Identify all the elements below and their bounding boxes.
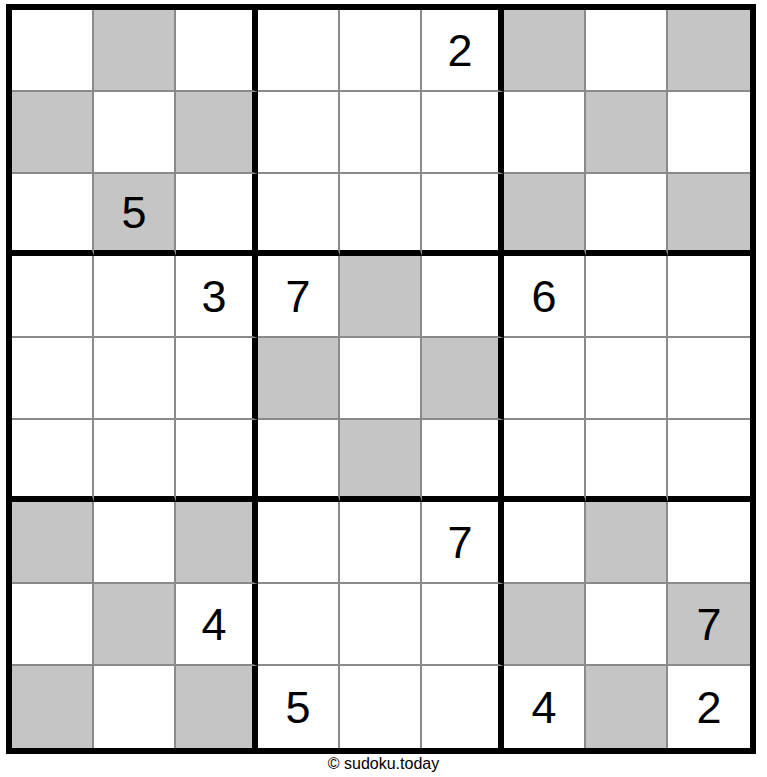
cell-r3c4[interactable] xyxy=(258,174,340,256)
cell-r7c4[interactable] xyxy=(258,502,340,584)
cell-r8c6[interactable] xyxy=(422,584,504,666)
cell-r9c9[interactable]: 2 xyxy=(668,666,750,748)
cell-r9c3[interactable] xyxy=(176,666,258,748)
cell-r3c8[interactable] xyxy=(586,174,668,256)
cell-r6c6[interactable] xyxy=(422,420,504,502)
cell-r5c7[interactable] xyxy=(504,338,586,420)
cell-r6c3[interactable] xyxy=(176,420,258,502)
cell-r9c4[interactable]: 5 xyxy=(258,666,340,748)
cell-r9c7[interactable]: 4 xyxy=(504,666,586,748)
cell-r5c9[interactable] xyxy=(668,338,750,420)
cell-r7c9[interactable] xyxy=(668,502,750,584)
cell-r6c9[interactable] xyxy=(668,420,750,502)
cell-r5c2[interactable] xyxy=(94,338,176,420)
cell-r2c4[interactable] xyxy=(258,92,340,174)
sudoku-page: 25376747542 © sudoku.today xyxy=(0,0,767,777)
cell-r3c2[interactable]: 5 xyxy=(94,174,176,256)
sudoku-board: 25376747542 xyxy=(6,4,756,754)
cell-r8c1[interactable] xyxy=(12,584,94,666)
cell-r4c5[interactable] xyxy=(340,256,422,338)
cell-r1c3[interactable] xyxy=(176,10,258,92)
cell-r3c6[interactable] xyxy=(422,174,504,256)
cell-r2c3[interactable] xyxy=(176,92,258,174)
cell-r9c5[interactable] xyxy=(340,666,422,748)
cell-r7c3[interactable] xyxy=(176,502,258,584)
cell-r8c5[interactable] xyxy=(340,584,422,666)
cell-r3c1[interactable] xyxy=(12,174,94,256)
cell-r3c3[interactable] xyxy=(176,174,258,256)
cell-r6c8[interactable] xyxy=(586,420,668,502)
cell-r4c6[interactable] xyxy=(422,256,504,338)
cell-r6c5[interactable] xyxy=(340,420,422,502)
cell-r4c3[interactable]: 3 xyxy=(176,256,258,338)
cell-r2c8[interactable] xyxy=(586,92,668,174)
cell-r7c8[interactable] xyxy=(586,502,668,584)
cell-r4c8[interactable] xyxy=(586,256,668,338)
cell-r4c7[interactable]: 6 xyxy=(504,256,586,338)
cell-r3c7[interactable] xyxy=(504,174,586,256)
cell-r1c4[interactable] xyxy=(258,10,340,92)
cell-r2c1[interactable] xyxy=(12,92,94,174)
cell-r8c3[interactable]: 4 xyxy=(176,584,258,666)
cell-r5c3[interactable] xyxy=(176,338,258,420)
cell-r1c7[interactable] xyxy=(504,10,586,92)
cell-r6c4[interactable] xyxy=(258,420,340,502)
cell-r7c6[interactable]: 7 xyxy=(422,502,504,584)
cell-r2c9[interactable] xyxy=(668,92,750,174)
cell-r9c2[interactable] xyxy=(94,666,176,748)
cell-r4c4[interactable]: 7 xyxy=(258,256,340,338)
cell-r4c2[interactable] xyxy=(94,256,176,338)
cell-r2c7[interactable] xyxy=(504,92,586,174)
cell-r8c4[interactable] xyxy=(258,584,340,666)
cell-r8c7[interactable] xyxy=(504,584,586,666)
cell-r3c9[interactable] xyxy=(668,174,750,256)
cell-r7c2[interactable] xyxy=(94,502,176,584)
cell-r9c1[interactable] xyxy=(12,666,94,748)
cell-r2c2[interactable] xyxy=(94,92,176,174)
copyright-text: © sudoku.today xyxy=(0,755,767,773)
cell-r1c2[interactable] xyxy=(94,10,176,92)
cell-r1c1[interactable] xyxy=(12,10,94,92)
cell-r8c8[interactable] xyxy=(586,584,668,666)
cell-r9c8[interactable] xyxy=(586,666,668,748)
cell-r6c7[interactable] xyxy=(504,420,586,502)
cell-r7c1[interactable] xyxy=(12,502,94,584)
cell-r5c6[interactable] xyxy=(422,338,504,420)
cell-r5c1[interactable] xyxy=(12,338,94,420)
cell-r6c2[interactable] xyxy=(94,420,176,502)
cell-r2c6[interactable] xyxy=(422,92,504,174)
cell-r9c6[interactable] xyxy=(422,666,504,748)
cell-r2c5[interactable] xyxy=(340,92,422,174)
cell-r8c2[interactable] xyxy=(94,584,176,666)
cell-r4c9[interactable] xyxy=(668,256,750,338)
cell-r5c8[interactable] xyxy=(586,338,668,420)
cell-r7c7[interactable] xyxy=(504,502,586,584)
cell-r6c1[interactable] xyxy=(12,420,94,502)
cell-r7c5[interactable] xyxy=(340,502,422,584)
cell-r5c4[interactable] xyxy=(258,338,340,420)
cell-r1c9[interactable] xyxy=(668,10,750,92)
cell-r3c5[interactable] xyxy=(340,174,422,256)
cell-r1c8[interactable] xyxy=(586,10,668,92)
cell-r1c5[interactable] xyxy=(340,10,422,92)
cell-r5c5[interactable] xyxy=(340,338,422,420)
cell-r4c1[interactable] xyxy=(12,256,94,338)
cell-r8c9[interactable]: 7 xyxy=(668,584,750,666)
cell-r1c6[interactable]: 2 xyxy=(422,10,504,92)
